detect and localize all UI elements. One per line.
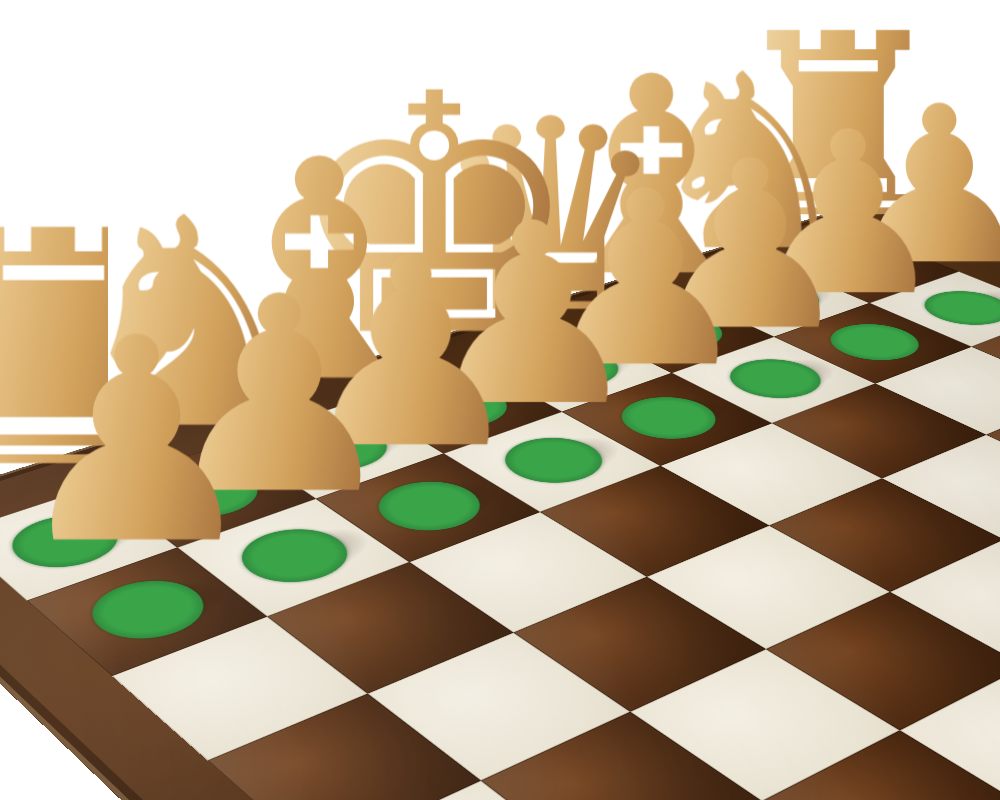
- board-squares: ♜♞♝♚♛♝♞♜♟♟♟♟♟♟♟♟: [0, 234, 1000, 800]
- pawn-icon: ♟: [9, 312, 262, 572]
- chess-board: ♜♞♝♚♛♝♞♜♟♟♟♟♟♟♟♟: [0, 202, 1000, 800]
- chess-set-photo: ♜♞♝♚♛♝♞♜♟♟♟♟♟♟♟♟: [0, 0, 1000, 800]
